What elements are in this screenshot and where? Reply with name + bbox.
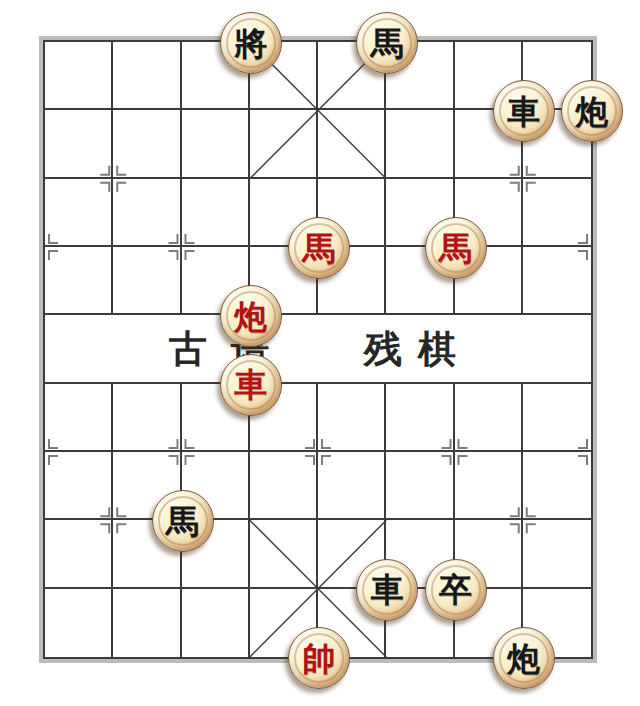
piece-glyph: 帥 (303, 642, 336, 675)
piece-black-chariot-1[interactable]: 車 (493, 80, 555, 142)
piece-glyph: 馬 (303, 232, 336, 265)
piece-black-chariot-2[interactable]: 車 (356, 559, 418, 621)
piece-red-cannon[interactable]: 炮 (220, 285, 282, 347)
piece-black-horse-2[interactable]: 馬 (152, 490, 214, 552)
piece-red-horse-2[interactable]: 馬 (425, 217, 487, 279)
piece-red-general[interactable]: 帥 (288, 627, 350, 689)
piece-glyph: 卒 (439, 573, 472, 606)
piece-black-cannon-1[interactable]: 炮 (561, 80, 623, 142)
piece-black-cannon-2[interactable]: 炮 (493, 627, 555, 689)
piece-glyph: 將 (234, 27, 267, 60)
piece-glyph: 車 (234, 368, 267, 401)
piece-glyph: 炮 (507, 642, 540, 675)
piece-glyph: 炮 (576, 95, 609, 128)
pieces-layer: 帥炮車卒馬車炮馬馬車炮將馬 (45, 42, 591, 657)
piece-glyph: 馬 (371, 27, 404, 60)
piece-glyph: 馬 (439, 232, 472, 265)
piece-black-soldier[interactable]: 卒 (425, 559, 487, 621)
piece-black-horse-1[interactable]: 馬 (356, 12, 418, 74)
piece-red-chariot[interactable]: 車 (220, 354, 282, 416)
piece-black-general[interactable]: 將 (220, 12, 282, 74)
piece-glyph: 車 (507, 95, 540, 128)
piece-glyph: 炮 (234, 300, 267, 333)
xiangqi-board: 古谱 残棋 帥炮車卒馬車炮馬馬車炮將馬 (43, 40, 593, 659)
piece-red-horse-1[interactable]: 馬 (288, 217, 350, 279)
xiangqi-stage: 古谱 残棋 帥炮車卒馬車炮馬馬車炮將馬 (0, 0, 640, 706)
piece-glyph: 馬 (166, 505, 199, 538)
piece-glyph: 車 (371, 573, 404, 606)
